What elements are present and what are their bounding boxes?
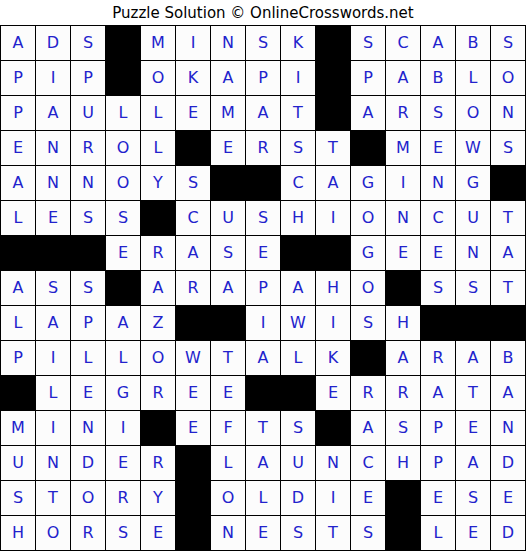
- cell-r12c2: I: [36, 411, 71, 446]
- cell-letter: L: [294, 350, 303, 366]
- cell-r3c7: M: [211, 96, 246, 131]
- cell-letter: N: [502, 420, 514, 436]
- cell-letter: P: [13, 350, 23, 366]
- cell-letter: S: [118, 210, 128, 226]
- cell-letter: D: [502, 525, 514, 541]
- cell-r10c1: P: [1, 341, 36, 376]
- black-cell-r11c1: [1, 376, 36, 411]
- cell-letter: I: [331, 315, 336, 331]
- cell-r7c7: S: [211, 236, 246, 271]
- cell-letter: I: [51, 70, 56, 86]
- cell-letter: M: [151, 35, 165, 51]
- black-cell-r6c5: [141, 201, 176, 236]
- cell-r15c15: D: [491, 516, 526, 551]
- cell-letter: G: [362, 245, 374, 261]
- cell-r9c10: I: [316, 306, 351, 341]
- cell-letter: A: [13, 35, 24, 51]
- cell-r2c14: L: [456, 61, 491, 96]
- cell-letter: B: [468, 35, 479, 51]
- cell-letter: S: [468, 280, 478, 296]
- cell-r8c15: T: [491, 271, 526, 306]
- cell-r5c1: A: [1, 166, 36, 201]
- cell-letter: C: [187, 210, 198, 226]
- black-cell-r7c9: [281, 236, 316, 271]
- cell-letter: O: [117, 140, 130, 156]
- cell-letter: E: [188, 105, 198, 121]
- cell-letter: C: [362, 455, 373, 471]
- cell-r1c13: A: [421, 26, 456, 61]
- cell-r14c9: D: [281, 481, 316, 516]
- cell-r2c7: A: [211, 61, 246, 96]
- cell-letter: A: [153, 280, 164, 296]
- black-cell-r15c6: [176, 516, 211, 551]
- cell-r8c3: S: [71, 271, 106, 306]
- black-cell-r7c1: [1, 236, 36, 271]
- black-cell-r7c2: [36, 236, 71, 271]
- black-cell-r2c4: [106, 61, 141, 96]
- cell-letter: A: [398, 70, 409, 86]
- cell-r14c3: O: [71, 481, 106, 516]
- cell-letter: R: [117, 490, 128, 506]
- cell-letter: H: [327, 280, 339, 296]
- cell-letter: P: [433, 420, 443, 436]
- cell-letter: C: [397, 35, 408, 51]
- cell-letter: E: [363, 490, 373, 506]
- black-cell-r15c12: [386, 516, 421, 551]
- cell-r7c4: E: [106, 236, 141, 271]
- cell-r11c13: A: [421, 376, 456, 411]
- cell-letter: S: [363, 315, 373, 331]
- cell-letter: N: [502, 105, 514, 121]
- cell-r14c8: L: [246, 481, 281, 516]
- cell-r2c2: I: [36, 61, 71, 96]
- cell-letter: L: [154, 140, 163, 156]
- cell-letter: K: [188, 70, 199, 86]
- cell-r10c12: A: [386, 341, 421, 376]
- cell-letter: O: [152, 350, 165, 366]
- cell-letter: A: [118, 315, 129, 331]
- cell-r5c14: G: [456, 166, 491, 201]
- cell-r4c8: R: [246, 131, 281, 166]
- cell-r4c15: S: [491, 131, 526, 166]
- cell-letter: Y: [153, 175, 163, 191]
- cell-letter: A: [13, 175, 24, 191]
- cell-letter: O: [222, 490, 235, 506]
- cell-r2c6: K: [176, 61, 211, 96]
- cell-letter: E: [188, 420, 198, 436]
- black-cell-r4c6: [176, 131, 211, 166]
- cell-r9c12: H: [386, 306, 421, 341]
- cell-letter: N: [467, 245, 479, 261]
- cell-r10c2: I: [36, 341, 71, 376]
- cell-letter: H: [397, 315, 409, 331]
- cell-r1c1: A: [1, 26, 36, 61]
- cell-letter: O: [117, 175, 130, 191]
- cell-letter: S: [13, 490, 23, 506]
- cell-r13c14: A: [456, 446, 491, 481]
- cell-letter: E: [83, 385, 93, 401]
- cell-r4c10: T: [316, 131, 351, 166]
- cell-letter: L: [119, 350, 128, 366]
- cell-r15c3: R: [71, 516, 106, 551]
- cell-letter: N: [82, 175, 94, 191]
- cell-r9c8: I: [246, 306, 281, 341]
- cell-letter: E: [48, 210, 58, 226]
- cell-letter: L: [14, 315, 23, 331]
- cell-r9c3: P: [71, 306, 106, 341]
- cell-letter: U: [222, 210, 234, 226]
- cell-letter: A: [293, 280, 304, 296]
- cell-r5c4: O: [106, 166, 141, 201]
- cell-letter: L: [434, 525, 443, 541]
- cell-letter: S: [363, 35, 373, 51]
- cell-r11c15: A: [491, 376, 526, 411]
- cell-r6c11: O: [351, 201, 386, 236]
- cell-r8c11: O: [351, 271, 386, 306]
- cell-letter: A: [258, 105, 269, 121]
- cell-r9c9: W: [281, 306, 316, 341]
- cell-r2c1: P: [1, 61, 36, 96]
- cell-letter: E: [468, 525, 478, 541]
- cell-r13c4: E: [106, 446, 141, 481]
- cell-letter: N: [47, 175, 59, 191]
- cell-r15c4: S: [106, 516, 141, 551]
- cell-letter: N: [47, 140, 59, 156]
- cell-r15c1: H: [1, 516, 36, 551]
- cell-r10c14: A: [456, 341, 491, 376]
- cell-r14c5: Y: [141, 481, 176, 516]
- cell-letter: O: [82, 490, 95, 506]
- cell-letter: H: [12, 525, 24, 541]
- cell-r9c2: A: [36, 306, 71, 341]
- cell-r11c7: E: [211, 376, 246, 411]
- cell-r15c2: O: [36, 516, 71, 551]
- cell-letter: A: [433, 35, 444, 51]
- cell-letter: K: [328, 350, 339, 366]
- cell-letter: S: [363, 525, 373, 541]
- cell-letter: D: [82, 455, 94, 471]
- cell-r8c14: S: [456, 271, 491, 306]
- cell-letter: A: [433, 385, 444, 401]
- cell-letter: P: [433, 455, 443, 471]
- cell-r11c14: T: [456, 376, 491, 411]
- cell-r4c12: M: [386, 131, 421, 166]
- cell-letter: I: [121, 420, 126, 436]
- cell-letter: U: [82, 105, 94, 121]
- cell-r6c3: S: [71, 201, 106, 236]
- cell-r2c5: O: [141, 61, 176, 96]
- cell-letter: S: [503, 35, 513, 51]
- black-cell-r11c9: [281, 376, 316, 411]
- cell-r11c11: R: [351, 376, 386, 411]
- cell-r4c7: E: [211, 131, 246, 166]
- cell-r15c9: S: [281, 516, 316, 551]
- black-cell-r14c6: [176, 481, 211, 516]
- cell-letter: A: [223, 70, 234, 86]
- cell-r15c8: E: [246, 516, 281, 551]
- cell-letter: S: [398, 420, 408, 436]
- cell-letter: A: [48, 315, 59, 331]
- cell-r3c12: R: [386, 96, 421, 131]
- cell-r14c7: O: [211, 481, 246, 516]
- cell-letter: A: [188, 245, 199, 261]
- cell-r4c3: R: [71, 131, 106, 166]
- cell-letter: H: [292, 210, 304, 226]
- cell-r14c14: S: [456, 481, 491, 516]
- cell-letter: E: [468, 420, 478, 436]
- cell-letter: S: [433, 105, 443, 121]
- cell-r3c6: E: [176, 96, 211, 131]
- cell-letter: R: [152, 455, 163, 471]
- cell-r8c6: R: [176, 271, 211, 306]
- cell-letter: T: [328, 525, 338, 541]
- cell-r1c5: M: [141, 26, 176, 61]
- cell-letter: N: [432, 175, 444, 191]
- cell-letter: O: [502, 70, 515, 86]
- cell-r6c10: I: [316, 201, 351, 236]
- cell-r1c8: S: [246, 26, 281, 61]
- cell-r7c15: A: [491, 236, 526, 271]
- cell-letter: A: [363, 420, 374, 436]
- cell-r1c9: K: [281, 26, 316, 61]
- cell-r5c3: N: [71, 166, 106, 201]
- cell-r4c1: E: [1, 131, 36, 166]
- cell-letter: N: [47, 455, 59, 471]
- cell-r12c7: F: [211, 411, 246, 446]
- cell-letter: R: [362, 385, 373, 401]
- cell-r3c4: L: [106, 96, 141, 131]
- cell-r12c1: M: [1, 411, 36, 446]
- cell-r15c14: E: [456, 516, 491, 551]
- cell-r1c2: D: [36, 26, 71, 61]
- cell-letter: S: [433, 280, 443, 296]
- cell-letter: R: [187, 280, 198, 296]
- cell-letter: L: [49, 385, 58, 401]
- cell-letter: A: [363, 105, 374, 121]
- cell-letter: S: [468, 490, 478, 506]
- cell-letter: O: [467, 105, 480, 121]
- cell-r10c9: L: [281, 341, 316, 376]
- cell-letter: I: [51, 420, 56, 436]
- cell-letter: E: [188, 385, 198, 401]
- cell-r3c15: N: [491, 96, 526, 131]
- cell-r13c5: R: [141, 446, 176, 481]
- cell-r6c8: S: [246, 201, 281, 236]
- cell-letter: E: [223, 140, 233, 156]
- cell-letter: G: [467, 175, 479, 191]
- cell-r6c6: C: [176, 201, 211, 236]
- black-cell-r10c11: [351, 341, 386, 376]
- cell-letter: G: [362, 175, 374, 191]
- cell-r13c10: N: [316, 446, 351, 481]
- cell-r7c11: G: [351, 236, 386, 271]
- black-cell-r5c15: [491, 166, 526, 201]
- cell-letter: E: [13, 140, 23, 156]
- cell-letter: E: [118, 245, 128, 261]
- black-cell-r12c10: [316, 411, 351, 446]
- cell-r4c13: E: [421, 131, 456, 166]
- cell-letter: C: [432, 210, 443, 226]
- cell-r9c4: A: [106, 306, 141, 341]
- cell-r13c9: U: [281, 446, 316, 481]
- cell-r1c14: B: [456, 26, 491, 61]
- cell-letter: I: [401, 175, 406, 191]
- cell-r8c7: A: [211, 271, 246, 306]
- cell-letter: T: [48, 490, 58, 506]
- cell-r6c7: U: [211, 201, 246, 236]
- cell-r14c15: E: [491, 481, 526, 516]
- cell-letter: E: [433, 490, 443, 506]
- black-cell-r13c6: [176, 446, 211, 481]
- black-cell-r2c10: [316, 61, 351, 96]
- cell-letter: S: [83, 35, 93, 51]
- cell-letter: L: [154, 105, 163, 121]
- cell-r8c8: P: [246, 271, 281, 306]
- cell-r11c12: R: [386, 376, 421, 411]
- cell-letter: I: [296, 70, 301, 86]
- cell-letter: A: [258, 350, 269, 366]
- cell-r3c9: T: [281, 96, 316, 131]
- cell-r10c15: B: [491, 341, 526, 376]
- cell-letter: S: [83, 280, 93, 296]
- cell-letter: U: [467, 210, 479, 226]
- cell-r7c13: E: [421, 236, 456, 271]
- black-cell-r5c7: [211, 166, 246, 201]
- cell-r4c14: W: [456, 131, 491, 166]
- black-cell-r8c12: [386, 271, 421, 306]
- crossword-grid: ADSMINSKSCABSPIPOKAPIPABLOPAULLEMATARSON…: [0, 25, 526, 551]
- cell-letter: A: [48, 105, 59, 121]
- cell-letter: I: [261, 315, 266, 331]
- cell-letter: H: [397, 455, 409, 471]
- cell-letter: E: [398, 245, 408, 261]
- cell-letter: F: [223, 420, 232, 436]
- cell-r12c9: S: [281, 411, 316, 446]
- cell-r5c11: G: [351, 166, 386, 201]
- cell-letter: Y: [153, 490, 163, 506]
- cell-r3c13: S: [421, 96, 456, 131]
- cell-r10c6: W: [176, 341, 211, 376]
- cell-r15c11: S: [351, 516, 386, 551]
- cell-letter: S: [258, 210, 268, 226]
- cell-letter: L: [14, 210, 23, 226]
- cell-r8c13: S: [421, 271, 456, 306]
- cell-letter: A: [13, 280, 24, 296]
- cell-letter: S: [118, 525, 128, 541]
- black-cell-r9c13: [421, 306, 456, 341]
- cell-r4c4: O: [106, 131, 141, 166]
- cell-letter: A: [258, 455, 269, 471]
- black-cell-r9c7: [211, 306, 246, 341]
- cell-letter: N: [222, 525, 234, 541]
- cell-letter: T: [293, 105, 303, 121]
- cell-r14c2: T: [36, 481, 71, 516]
- black-cell-r9c14: [456, 306, 491, 341]
- cell-r5c2: N: [36, 166, 71, 201]
- black-cell-r3c10: [316, 96, 351, 131]
- cell-r14c10: I: [316, 481, 351, 516]
- cell-r15c5: E: [141, 516, 176, 551]
- cell-r10c3: L: [71, 341, 106, 376]
- cell-r10c13: R: [421, 341, 456, 376]
- black-cell-r7c3: [71, 236, 106, 271]
- cell-letter: M: [396, 140, 410, 156]
- page-title: Puzzle Solution © OnlineCrosswords.net: [0, 0, 526, 25]
- cell-letter: P: [83, 70, 93, 86]
- cell-letter: L: [119, 105, 128, 121]
- cell-letter: E: [118, 455, 128, 471]
- cell-r5c12: I: [386, 166, 421, 201]
- cell-r11c5: R: [141, 376, 176, 411]
- cell-r6c1: L: [1, 201, 36, 236]
- cell-r11c6: E: [176, 376, 211, 411]
- cell-letter: E: [223, 385, 233, 401]
- cell-r7c8: E: [246, 236, 281, 271]
- cell-r2c12: A: [386, 61, 421, 96]
- cell-letter: P: [13, 70, 23, 86]
- cell-letter: E: [258, 525, 268, 541]
- cell-r12c12: S: [386, 411, 421, 446]
- cell-letter: S: [258, 35, 268, 51]
- cell-r2c3: P: [71, 61, 106, 96]
- cell-r10c7: T: [211, 341, 246, 376]
- cell-letter: D: [47, 35, 59, 51]
- cell-letter: M: [221, 105, 235, 121]
- cell-r15c10: T: [316, 516, 351, 551]
- cell-r12c6: E: [176, 411, 211, 446]
- black-cell-r9c15: [491, 306, 526, 341]
- cell-r5c9: C: [281, 166, 316, 201]
- cell-letter: A: [328, 175, 339, 191]
- cell-r10c4: L: [106, 341, 141, 376]
- cell-letter: O: [362, 210, 375, 226]
- cell-r6c12: N: [386, 201, 421, 236]
- black-cell-r8c4: [106, 271, 141, 306]
- cell-letter: B: [503, 350, 514, 366]
- cell-r3c3: U: [71, 96, 106, 131]
- cell-letter: S: [83, 210, 93, 226]
- cell-letter: I: [331, 490, 336, 506]
- cell-r6c4: S: [106, 201, 141, 236]
- cell-letter: L: [259, 490, 268, 506]
- cell-letter: W: [465, 140, 481, 156]
- cell-r7c12: E: [386, 236, 421, 271]
- cell-r5c5: Y: [141, 166, 176, 201]
- cell-r14c1: S: [1, 481, 36, 516]
- cell-r4c5: L: [141, 131, 176, 166]
- cell-letter: U: [12, 455, 24, 471]
- cell-letter: R: [82, 140, 93, 156]
- cell-r13c3: D: [71, 446, 106, 481]
- cell-letter: O: [47, 525, 60, 541]
- cell-r2c11: P: [351, 61, 386, 96]
- cell-letter: L: [469, 70, 478, 86]
- cell-letter: P: [13, 105, 23, 121]
- cell-r10c8: A: [246, 341, 281, 376]
- cell-r1c15: S: [491, 26, 526, 61]
- cell-r9c11: S: [351, 306, 386, 341]
- cell-r13c13: P: [421, 446, 456, 481]
- cell-r10c10: K: [316, 341, 351, 376]
- cell-letter: E: [153, 525, 163, 541]
- cell-letter: T: [468, 385, 478, 401]
- cell-letter: T: [503, 280, 513, 296]
- cell-r1c12: C: [386, 26, 421, 61]
- cell-r14c4: R: [106, 481, 141, 516]
- cell-r5c6: S: [176, 166, 211, 201]
- cell-letter: E: [433, 245, 443, 261]
- cell-r2c9: I: [281, 61, 316, 96]
